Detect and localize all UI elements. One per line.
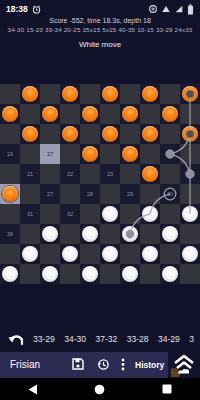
app-screen: 18:38 Score -552, time <box>0 0 200 400</box>
square-44[interactable] <box>140 244 160 264</box>
square-number: 23 <box>107 171 113 177</box>
offboard-square <box>60 144 80 164</box>
orange-piece-sq11[interactable] <box>22 126 39 143</box>
engine-score: Score -552, time 18.3s, depth 18 <box>0 17 200 24</box>
offboard-square <box>80 164 100 184</box>
offboard-square <box>160 84 180 104</box>
square-19[interactable] <box>120 144 140 164</box>
white-piece-sq42[interactable] <box>62 246 79 263</box>
offboard-square <box>100 184 120 204</box>
nav-recents-icon[interactable] <box>162 384 172 394</box>
square-29[interactable]: 29 <box>120 184 140 204</box>
square-16[interactable]: 16 <box>0 144 20 164</box>
square-23[interactable]: 23 <box>100 164 120 184</box>
square-33[interactable] <box>100 204 120 224</box>
square-10[interactable] <box>160 104 180 124</box>
clock: 18:38 <box>6 4 28 14</box>
offboard-square <box>60 184 80 204</box>
offboard-square <box>20 144 40 164</box>
white-piece-sq44[interactable] <box>142 246 159 263</box>
battery-icon <box>187 4 194 15</box>
square-8[interactable] <box>80 104 100 124</box>
square-39[interactable] <box>120 224 140 244</box>
offboard-square <box>40 124 60 144</box>
offboard-square <box>120 244 140 264</box>
offboard-square <box>80 244 100 264</box>
white-piece-sq37[interactable] <box>42 226 59 243</box>
square-40[interactable] <box>160 224 180 244</box>
offboard-square <box>100 264 120 284</box>
offboard-square <box>180 104 200 124</box>
candidate-move-3[interactable]: 37-32 <box>96 334 118 344</box>
square-5[interactable] <box>180 84 200 104</box>
candidate-move-4[interactable]: 33-28 <box>127 334 149 344</box>
orange-piece-sq4[interactable] <box>142 86 159 103</box>
square-46[interactable] <box>0 264 20 284</box>
nav-home-icon[interactable] <box>94 384 105 395</box>
alarm-icon <box>32 5 41 14</box>
orange-piece-sq15[interactable] <box>182 126 199 143</box>
android-nav-bar <box>0 378 200 400</box>
offboard-square <box>180 184 200 204</box>
square-34[interactable] <box>140 204 160 224</box>
engine-info: Score -552, time 18.3s, depth 18 34-30 1… <box>0 17 200 49</box>
square-number: 31 <box>27 211 33 217</box>
turn-indicator: White move <box>0 40 200 49</box>
offboard-square <box>0 244 20 264</box>
square-number: 16 <box>7 151 13 157</box>
orange-piece-sq10[interactable] <box>162 106 179 123</box>
square-45[interactable] <box>180 244 200 264</box>
square-47[interactable] <box>40 264 60 284</box>
history-restore-icon[interactable] <box>97 358 110 371</box>
offboard-square <box>0 204 20 224</box>
app-title: Frisian <box>10 359 40 370</box>
offboard-square <box>40 244 60 264</box>
square-35[interactable] <box>180 204 200 224</box>
square-number: 28 <box>87 191 93 197</box>
square-12[interactable] <box>60 124 80 144</box>
square-22[interactable]: 22 <box>60 164 80 184</box>
offboard-square <box>140 264 160 284</box>
data-saver-icon <box>148 4 158 14</box>
square-number: 22 <box>67 171 73 177</box>
offboard-square <box>120 204 140 224</box>
offboard-square <box>140 184 160 204</box>
square-3[interactable] <box>100 84 120 104</box>
white-piece-sq34[interactable] <box>142 206 159 223</box>
candidate-move-6[interactable]: 3 <box>189 334 194 344</box>
square-17[interactable]: 17 <box>40 144 60 164</box>
engine-pv: 34-30 15-20 39-34 20-25 35x15 5x25 40-35… <box>0 26 200 33</box>
square-37[interactable] <box>40 224 60 244</box>
square-36[interactable]: 36 <box>0 224 20 244</box>
offboard-square <box>40 84 60 104</box>
offboard-square <box>0 164 20 184</box>
orange-piece-sq8[interactable] <box>82 106 99 123</box>
square-number: 32 <box>67 211 73 217</box>
offboard-square <box>60 264 80 284</box>
white-piece-sq48[interactable] <box>82 266 99 283</box>
offboard-square <box>120 84 140 104</box>
orange-piece-sq13[interactable] <box>102 126 119 143</box>
square-31[interactable]: 31 <box>20 204 40 224</box>
offboard-square <box>100 144 120 164</box>
white-piece-sq50[interactable] <box>162 266 179 283</box>
offboard-square <box>100 104 120 124</box>
square-41[interactable] <box>20 244 40 264</box>
square-43[interactable] <box>100 244 120 264</box>
app-bar: Frisian History <box>0 352 200 378</box>
offboard-square <box>0 84 20 104</box>
undo-icon[interactable] <box>8 332 25 346</box>
status-right <box>148 4 194 15</box>
white-piece-sq45[interactable] <box>182 246 199 263</box>
nav-back-icon[interactable] <box>28 384 38 395</box>
white-piece-sq47[interactable] <box>42 266 59 283</box>
square-20[interactable] <box>160 144 180 164</box>
white-piece-sq39[interactable] <box>122 226 139 243</box>
square-49[interactable] <box>120 264 140 284</box>
square-2[interactable] <box>60 84 80 104</box>
white-piece-sq33[interactable] <box>102 206 119 223</box>
square-27[interactable]: 27 <box>40 184 60 204</box>
square-25[interactable] <box>180 164 200 184</box>
orange-piece-sq18[interactable] <box>82 146 99 163</box>
orange-piece-sq6[interactable] <box>2 106 19 123</box>
offboard-square <box>120 124 140 144</box>
candidate-move-1[interactable]: 33-29 <box>33 334 55 344</box>
offboard-square <box>0 124 20 144</box>
history-button[interactable]: History <box>135 360 164 370</box>
orange-piece-sq19[interactable] <box>122 146 139 163</box>
offboard-square <box>160 124 180 144</box>
offboard-square <box>60 104 80 124</box>
candidate-moves: 33-2934-3037-3233-2834-293 <box>33 334 194 344</box>
white-piece-sq46[interactable] <box>2 266 19 283</box>
offboard-square <box>180 224 200 244</box>
offboard-square <box>60 224 80 244</box>
square-28[interactable]: 28 <box>80 184 100 204</box>
candidate-move-5[interactable]: 34-29 <box>158 334 180 344</box>
square-number: 29 <box>127 191 133 197</box>
expand-chevrons-icon <box>171 353 197 377</box>
square-21[interactable]: 21 <box>20 164 40 184</box>
candidate-move-2[interactable]: 34-30 <box>64 334 86 344</box>
draughts-board[interactable]: 161721222327282930313236 <box>0 84 200 284</box>
orange-piece-sq26[interactable] <box>2 186 19 203</box>
square-50[interactable] <box>160 264 180 284</box>
offboard-square <box>120 164 140 184</box>
orange-piece-sq14[interactable] <box>142 126 159 143</box>
square-24[interactable] <box>140 164 160 184</box>
white-piece-sq38[interactable] <box>82 226 99 243</box>
offboard-square <box>160 204 180 224</box>
square-13[interactable] <box>100 124 120 144</box>
square-48[interactable] <box>80 264 100 284</box>
square-number: 17 <box>47 151 53 157</box>
offboard-square <box>20 184 40 204</box>
cell-signal-icon <box>174 4 184 14</box>
offboard-square <box>160 164 180 184</box>
square-number: 27 <box>47 191 53 197</box>
square-6[interactable] <box>0 104 20 124</box>
offboard-square <box>140 144 160 164</box>
wifi-icon <box>161 4 171 14</box>
white-piece-sq35[interactable] <box>182 206 199 223</box>
orange-piece-sq12[interactable] <box>62 126 79 143</box>
square-11[interactable] <box>20 124 40 144</box>
status-left: 18:38 <box>6 4 41 14</box>
candidate-move-bar: 33-2934-3037-3233-2834-293 <box>0 328 200 350</box>
orange-piece-sq9[interactable] <box>122 106 139 123</box>
offboard-square <box>180 264 200 284</box>
white-piece-sq49[interactable] <box>122 266 139 283</box>
orange-piece-sq24[interactable] <box>142 166 159 183</box>
orange-piece-sq3[interactable] <box>102 86 119 103</box>
offboard-square <box>80 124 100 144</box>
square-number: 36 <box>7 231 13 237</box>
offboard-square <box>20 224 40 244</box>
white-piece-sq40[interactable] <box>162 226 179 243</box>
square-4[interactable] <box>140 84 160 104</box>
square-9[interactable] <box>120 104 140 124</box>
square-14[interactable] <box>140 124 160 144</box>
white-piece-sq41[interactable] <box>22 246 39 263</box>
square-30[interactable]: 30 <box>160 184 180 204</box>
square-38[interactable] <box>80 224 100 244</box>
offboard-square <box>80 204 100 224</box>
orange-piece-sq7[interactable] <box>42 106 59 123</box>
overflow-menu-icon[interactable] <box>121 358 125 371</box>
offboard-square <box>100 224 120 244</box>
offboard-square <box>20 104 40 124</box>
orange-piece-sq2[interactable] <box>62 86 79 103</box>
square-15[interactable] <box>180 124 200 144</box>
square-42[interactable] <box>60 244 80 264</box>
white-piece-sq43[interactable] <box>102 246 119 263</box>
offboard-square <box>160 244 180 264</box>
offboard-square <box>40 164 60 184</box>
offboard-square <box>80 84 100 104</box>
orange-piece-sq1[interactable] <box>22 86 39 103</box>
square-number: 21 <box>27 171 33 177</box>
offboard-square <box>40 204 60 224</box>
square-7[interactable] <box>40 104 60 124</box>
expand-handle-area[interactable] <box>168 352 200 378</box>
offboard-square <box>20 264 40 284</box>
square-1[interactable] <box>20 84 40 104</box>
square-number: 30 <box>167 191 173 197</box>
square-26[interactable] <box>0 184 20 204</box>
offboard-square <box>180 144 200 164</box>
square-32[interactable]: 32 <box>60 204 80 224</box>
square-18[interactable] <box>80 144 100 164</box>
save-icon[interactable] <box>72 358 84 370</box>
status-bar: 18:38 <box>0 0 200 18</box>
offboard-square <box>140 224 160 244</box>
orange-piece-sq5[interactable] <box>182 86 199 103</box>
offboard-square <box>140 104 160 124</box>
